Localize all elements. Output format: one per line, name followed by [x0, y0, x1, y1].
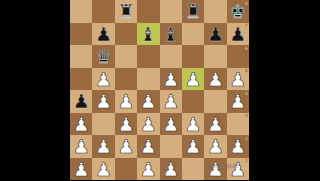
piece-white-pawn[interactable]: ♟: [73, 113, 90, 135]
rank-label-5: 5: [245, 68, 248, 73]
piece-white-pawn[interactable]: ♟: [117, 90, 134, 112]
square-b6[interactable]: ♛: [92, 45, 114, 68]
rank-label-7: 7: [245, 23, 248, 28]
square-f7[interactable]: [182, 23, 204, 46]
square-f3[interactable]: ♟: [182, 113, 204, 136]
square-f1[interactable]: [182, 158, 204, 181]
rank-label-4: 4: [245, 91, 248, 96]
piece-black-pawn[interactable]: ♟: [95, 23, 112, 45]
piece-black-rook[interactable]: ♜: [117, 0, 134, 22]
square-c1[interactable]: [115, 158, 137, 181]
piece-white-pawn[interactable]: ♟: [117, 113, 134, 135]
square-e3[interactable]: ♟: [160, 113, 182, 136]
square-f8[interactable]: ♜: [182, 0, 204, 23]
square-g5[interactable]: ♟: [204, 68, 226, 91]
square-h2[interactable]: ♟2: [227, 135, 249, 158]
piece-white-pawn[interactable]: ♟: [140, 158, 157, 180]
watermark-text: Checkmate: [204, 162, 250, 170]
square-d6[interactable]: [137, 45, 159, 68]
piece-white-pawn[interactable]: ♟: [73, 135, 90, 157]
square-b2[interactable]: ♟: [92, 135, 114, 158]
piece-white-pawn[interactable]: ♟: [185, 135, 202, 157]
square-h3[interactable]: 3: [227, 113, 249, 136]
square-c5[interactable]: [115, 68, 137, 91]
piece-black-bishop[interactable]: ♝: [162, 23, 179, 45]
piece-white-pawn[interactable]: ♟: [207, 113, 224, 135]
piece-black-bishop[interactable]: ♝: [140, 23, 157, 45]
square-a7[interactable]: [70, 23, 92, 46]
rank-label-2: 2: [245, 136, 248, 141]
piece-black-queen[interactable]: ♛: [95, 45, 112, 67]
square-c4[interactable]: ♟: [115, 90, 137, 113]
square-d2[interactable]: ♟: [137, 135, 159, 158]
square-d5[interactable]: [137, 68, 159, 91]
square-b7[interactable]: ♟: [92, 23, 114, 46]
square-d7[interactable]: ♝: [137, 23, 159, 46]
square-a5[interactable]: [70, 68, 92, 91]
square-g7[interactable]: ♟: [204, 23, 226, 46]
square-e7[interactable]: ♝: [160, 23, 182, 46]
piece-white-pawn[interactable]: ♟: [229, 135, 246, 157]
piece-black-king[interactable]: ♚: [229, 0, 246, 22]
square-d8[interactable]: [137, 0, 159, 23]
square-b1[interactable]: ♟: [92, 158, 114, 181]
square-d1[interactable]: ♟: [137, 158, 159, 181]
square-f5[interactable]: ♟: [182, 68, 204, 91]
square-g4[interactable]: [204, 90, 226, 113]
piece-white-pawn[interactable]: ♟: [185, 113, 202, 135]
piece-black-pawn[interactable]: ♟: [207, 23, 224, 45]
square-g8[interactable]: [204, 0, 226, 23]
square-h4[interactable]: ♟4: [227, 90, 249, 113]
piece-white-pawn[interactable]: ♟: [95, 68, 112, 90]
square-d3[interactable]: ♟: [137, 113, 159, 136]
piece-white-pawn[interactable]: ♟: [73, 158, 90, 180]
piece-white-pawn[interactable]: ♟: [95, 90, 112, 112]
square-b3[interactable]: [92, 113, 114, 136]
square-h7[interactable]: ♟7: [227, 23, 249, 46]
square-e2[interactable]: [160, 135, 182, 158]
square-f6[interactable]: [182, 45, 204, 68]
square-f2[interactable]: ♟: [182, 135, 204, 158]
piece-white-pawn[interactable]: ♟: [162, 68, 179, 90]
square-e4[interactable]: ♟: [160, 90, 182, 113]
square-a3[interactable]: ♟: [70, 113, 92, 136]
square-e8[interactable]: [160, 0, 182, 23]
piece-white-pawn[interactable]: ♟: [207, 68, 224, 90]
rank-label-6: 6: [245, 46, 248, 51]
square-e6[interactable]: [160, 45, 182, 68]
piece-white-pawn[interactable]: ♟: [185, 68, 202, 90]
square-d4[interactable]: ♟: [137, 90, 159, 113]
piece-white-pawn[interactable]: ♟: [229, 90, 246, 112]
piece-white-pawn[interactable]: ♟: [140, 113, 157, 135]
piece-white-pawn[interactable]: ♟: [162, 113, 179, 135]
square-b8[interactable]: [92, 0, 114, 23]
square-g2[interactable]: ♟: [204, 135, 226, 158]
square-c7[interactable]: [115, 23, 137, 46]
square-a2[interactable]: ♟: [70, 135, 92, 158]
letterbox-right: [249, 0, 320, 180]
square-a8[interactable]: [70, 0, 92, 23]
square-h8[interactable]: ♚8: [227, 0, 249, 23]
piece-white-pawn[interactable]: ♟: [207, 135, 224, 157]
letterbox-left: [0, 0, 70, 180]
square-c2[interactable]: ♟: [115, 135, 137, 158]
square-h6[interactable]: 6: [227, 45, 249, 68]
piece-black-rook[interactable]: ♜: [185, 0, 202, 22]
square-b5[interactable]: ♟: [92, 68, 114, 91]
rank-label-8: 8: [245, 1, 248, 6]
square-c8[interactable]: ♜: [115, 0, 137, 23]
square-e1[interactable]: ♟: [160, 158, 182, 181]
piece-white-pawn[interactable]: ♟: [95, 158, 112, 180]
piece-white-pawn[interactable]: ♟: [162, 158, 179, 180]
piece-white-pawn[interactable]: ♟: [95, 135, 112, 157]
piece-white-pawn[interactable]: ♟: [140, 135, 157, 157]
piece-white-pawn[interactable]: ♟: [162, 90, 179, 112]
square-b4[interactable]: ♟: [92, 90, 114, 113]
square-a6[interactable]: [70, 45, 92, 68]
rank-label-3: 3: [245, 113, 248, 118]
square-h5[interactable]: ♟5: [227, 68, 249, 91]
square-c6[interactable]: [115, 45, 137, 68]
chess-board: ♜♜♚8♟♝♝♟♟7♛6♟♟♟♟♟5♟♟♟♟♟♟4♟♟♟♟♟♟3♟♟♟♟♟♟♟2…: [70, 0, 249, 180]
square-f4[interactable]: [182, 90, 204, 113]
square-a1[interactable]: ♟: [70, 158, 92, 181]
piece-white-pawn[interactable]: ♟: [140, 90, 157, 112]
piece-black-pawn[interactable]: ♟: [73, 90, 90, 112]
square-e5[interactable]: ♟: [160, 68, 182, 91]
piece-black-pawn[interactable]: ♟: [229, 23, 246, 45]
square-g6[interactable]: [204, 45, 226, 68]
square-g3[interactable]: ♟: [204, 113, 226, 136]
piece-white-pawn[interactable]: ♟: [229, 68, 246, 90]
video-frame: ♜♜♚8♟♝♝♟♟7♛6♟♟♟♟♟5♟♟♟♟♟♟4♟♟♟♟♟♟3♟♟♟♟♟♟♟2…: [0, 0, 320, 180]
piece-white-pawn[interactable]: ♟: [117, 135, 134, 157]
square-c3[interactable]: ♟: [115, 113, 137, 136]
square-a4[interactable]: ♟: [70, 90, 92, 113]
